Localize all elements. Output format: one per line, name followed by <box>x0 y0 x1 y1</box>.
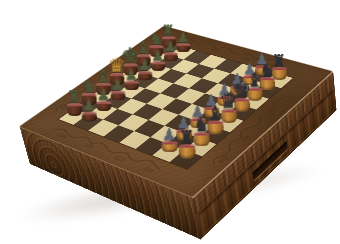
piece-figurine: ♟ <box>71 75 105 122</box>
base-wood-cylinder <box>81 115 96 122</box>
chess-set-photo: ♜♞♝♛♚♝♞♜♟♟♟♟♟♟♟♟♟♟♟♟♟♟♟♟♜♞♝♛♚♝♞♜ <box>0 0 340 244</box>
piece-base <box>81 112 96 122</box>
piece-base <box>178 144 195 158</box>
scene: ♜♞♝♛♚♝♞♜♟♟♟♟♟♟♟♟♟♟♟♟♟♟♟♟♜♞♝♛♚♝♞♜ <box>0 0 340 244</box>
piece-figurine: ♜ <box>167 108 205 159</box>
base-wood-cylinder <box>178 148 195 159</box>
